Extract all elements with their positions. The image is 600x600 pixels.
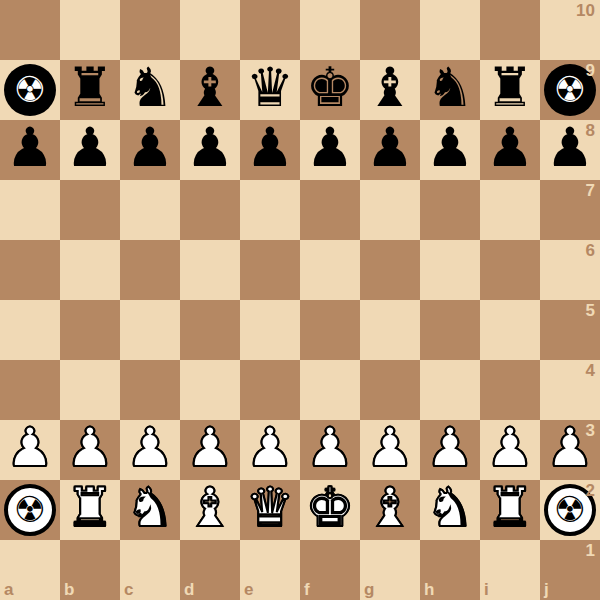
white-bishop[interactable]: ♝ xyxy=(366,481,414,535)
square-i5[interactable] xyxy=(480,300,540,360)
square-f3[interactable]: ♟ xyxy=(300,420,360,480)
white-pawn[interactable]: ♟ xyxy=(246,421,294,475)
black-knight[interactable]: ♞ xyxy=(426,61,474,115)
square-i6[interactable] xyxy=(480,240,540,300)
square-a1[interactable]: a xyxy=(0,540,60,600)
black-knight[interactable]: ♞ xyxy=(126,61,174,115)
black-pawn[interactable]: ♟ xyxy=(426,121,474,175)
rank-label-7: 7 xyxy=(586,182,595,199)
black-rook[interactable]: ♜ xyxy=(486,61,534,115)
square-a10[interactable] xyxy=(0,0,60,60)
white-pawn[interactable]: ♟ xyxy=(6,421,54,475)
white-rook[interactable]: ♜ xyxy=(486,481,534,535)
file-label-i: i xyxy=(484,581,489,598)
square-a3[interactable]: ♟ xyxy=(0,420,60,480)
square-a9[interactable]: ☢ xyxy=(0,60,60,120)
white-bishop[interactable]: ♝ xyxy=(186,481,234,535)
square-h7[interactable] xyxy=(420,180,480,240)
white-pawn[interactable]: ♟ xyxy=(126,421,174,475)
square-f1[interactable]: f xyxy=(300,540,360,600)
square-f7[interactable] xyxy=(300,180,360,240)
square-e7[interactable] xyxy=(240,180,300,240)
file-label-h: h xyxy=(424,581,434,598)
square-h2[interactable]: ♞ xyxy=(420,480,480,540)
black-pawn[interactable]: ♟ xyxy=(546,121,594,175)
square-g2[interactable]: ♝ xyxy=(360,480,420,540)
black-nuke-piece[interactable]: ☢ xyxy=(544,64,596,116)
black-nuke-piece[interactable]: ☢ xyxy=(4,64,56,116)
square-e4[interactable] xyxy=(240,360,300,420)
black-king[interactable]: ♚ xyxy=(306,61,354,115)
file-label-d: d xyxy=(184,581,194,598)
file-label-b: b xyxy=(64,581,74,598)
square-j7[interactable]: 7 xyxy=(540,180,600,240)
square-h10[interactable] xyxy=(420,0,480,60)
file-label-g: g xyxy=(364,581,374,598)
white-pawn[interactable]: ♟ xyxy=(366,421,414,475)
white-pawn[interactable]: ♟ xyxy=(66,421,114,475)
rank-label-4: 4 xyxy=(586,362,595,379)
square-d8[interactable]: ♟ xyxy=(180,120,240,180)
square-c8[interactable]: ♟ xyxy=(120,120,180,180)
square-f5[interactable] xyxy=(300,300,360,360)
square-a2[interactable]: ☢ xyxy=(0,480,60,540)
board: 10☢♜♞♝♛♚♝♞♜☢9♟♟♟♟♟♟♟♟♟♟87654♟♟♟♟♟♟♟♟♟♟3☢… xyxy=(0,0,600,600)
square-b9[interactable]: ♜ xyxy=(60,60,120,120)
square-h6[interactable] xyxy=(420,240,480,300)
square-c2[interactable]: ♞ xyxy=(120,480,180,540)
square-g4[interactable] xyxy=(360,360,420,420)
white-knight[interactable]: ♞ xyxy=(426,481,474,535)
square-h4[interactable] xyxy=(420,360,480,420)
square-h1[interactable]: h xyxy=(420,540,480,600)
square-j8[interactable]: ♟8 xyxy=(540,120,600,180)
file-label-a: a xyxy=(4,581,13,598)
square-d3[interactable]: ♟ xyxy=(180,420,240,480)
white-nuke-piece[interactable]: ☢ xyxy=(544,484,596,536)
black-rook[interactable]: ♜ xyxy=(66,61,114,115)
square-g3[interactable]: ♟ xyxy=(360,420,420,480)
square-c4[interactable] xyxy=(120,360,180,420)
square-f6[interactable] xyxy=(300,240,360,300)
radiation-icon: ☢ xyxy=(554,492,586,528)
square-a7[interactable] xyxy=(0,180,60,240)
radiation-icon: ☢ xyxy=(554,72,586,108)
square-j3[interactable]: ♟3 xyxy=(540,420,600,480)
square-i7[interactable] xyxy=(480,180,540,240)
square-d6[interactable] xyxy=(180,240,240,300)
square-g6[interactable] xyxy=(360,240,420,300)
square-g7[interactable] xyxy=(360,180,420,240)
square-c5[interactable] xyxy=(120,300,180,360)
square-b10[interactable] xyxy=(60,0,120,60)
square-a6[interactable] xyxy=(0,240,60,300)
white-pawn[interactable]: ♟ xyxy=(306,421,354,475)
square-h8[interactable]: ♟ xyxy=(420,120,480,180)
file-label-e: e xyxy=(244,581,253,598)
rank-label-1: 1 xyxy=(586,542,595,559)
black-pawn[interactable]: ♟ xyxy=(186,121,234,175)
square-g10[interactable] xyxy=(360,0,420,60)
square-b4[interactable] xyxy=(60,360,120,420)
square-f4[interactable] xyxy=(300,360,360,420)
square-e6[interactable] xyxy=(240,240,300,300)
square-c3[interactable]: ♟ xyxy=(120,420,180,480)
square-e2[interactable]: ♛ xyxy=(240,480,300,540)
black-bishop[interactable]: ♝ xyxy=(366,61,414,115)
black-pawn[interactable]: ♟ xyxy=(486,121,534,175)
square-d5[interactable] xyxy=(180,300,240,360)
square-e8[interactable]: ♟ xyxy=(240,120,300,180)
square-e5[interactable] xyxy=(240,300,300,360)
square-c10[interactable] xyxy=(120,0,180,60)
black-pawn[interactable]: ♟ xyxy=(66,121,114,175)
square-b5[interactable] xyxy=(60,300,120,360)
black-pawn[interactable]: ♟ xyxy=(366,121,414,175)
file-label-f: f xyxy=(304,581,310,598)
file-label-c: c xyxy=(124,581,133,598)
square-d1[interactable]: d xyxy=(180,540,240,600)
rank-label-6: 6 xyxy=(586,242,595,259)
white-knight[interactable]: ♞ xyxy=(126,481,174,535)
square-i1[interactable]: i xyxy=(480,540,540,600)
white-pawn[interactable]: ♟ xyxy=(186,421,234,475)
square-b7[interactable] xyxy=(60,180,120,240)
radiation-icon: ☢ xyxy=(14,72,46,108)
square-g9[interactable]: ♝ xyxy=(360,60,420,120)
square-j5[interactable]: 5 xyxy=(540,300,600,360)
square-b1[interactable]: b xyxy=(60,540,120,600)
square-d7[interactable] xyxy=(180,180,240,240)
square-a8[interactable]: ♟ xyxy=(0,120,60,180)
square-i2[interactable]: ♜ xyxy=(480,480,540,540)
square-b8[interactable]: ♟ xyxy=(60,120,120,180)
square-i10[interactable] xyxy=(480,0,540,60)
rank-label-5: 5 xyxy=(586,302,595,319)
square-e9[interactable]: ♛ xyxy=(240,60,300,120)
square-d4[interactable] xyxy=(180,360,240,420)
square-g1[interactable]: g xyxy=(360,540,420,600)
black-pawn[interactable]: ♟ xyxy=(126,121,174,175)
square-h5[interactable] xyxy=(420,300,480,360)
white-king[interactable]: ♚ xyxy=(306,481,354,535)
square-f2[interactable]: ♚ xyxy=(300,480,360,540)
rank-label-10: 10 xyxy=(576,2,595,19)
square-i3[interactable]: ♟ xyxy=(480,420,540,480)
black-pawn[interactable]: ♟ xyxy=(246,121,294,175)
square-e1[interactable]: e xyxy=(240,540,300,600)
square-j10[interactable]: 10 xyxy=(540,0,600,60)
square-j6[interactable]: 6 xyxy=(540,240,600,300)
square-j1[interactable]: j1 xyxy=(540,540,600,600)
square-j2[interactable]: ☢2 xyxy=(540,480,600,540)
square-d10[interactable] xyxy=(180,0,240,60)
square-f9[interactable]: ♚ xyxy=(300,60,360,120)
square-b6[interactable] xyxy=(60,240,120,300)
radiation-icon: ☢ xyxy=(14,492,46,528)
square-j9[interactable]: ☢9 xyxy=(540,60,600,120)
square-a5[interactable] xyxy=(0,300,60,360)
square-f8[interactable]: ♟ xyxy=(300,120,360,180)
square-d2[interactable]: ♝ xyxy=(180,480,240,540)
black-pawn[interactable]: ♟ xyxy=(306,121,354,175)
square-g5[interactable] xyxy=(360,300,420,360)
square-h3[interactable]: ♟ xyxy=(420,420,480,480)
white-rook[interactable]: ♜ xyxy=(66,481,114,535)
square-j4[interactable]: 4 xyxy=(540,360,600,420)
white-pawn[interactable]: ♟ xyxy=(426,421,474,475)
square-g8[interactable]: ♟ xyxy=(360,120,420,180)
square-d9[interactable]: ♝ xyxy=(180,60,240,120)
square-c9[interactable]: ♞ xyxy=(120,60,180,120)
square-f10[interactable] xyxy=(300,0,360,60)
square-i8[interactable]: ♟ xyxy=(480,120,540,180)
white-pawn[interactable]: ♟ xyxy=(546,421,594,475)
white-queen[interactable]: ♛ xyxy=(246,481,294,535)
black-queen[interactable]: ♛ xyxy=(246,61,294,115)
square-b2[interactable]: ♜ xyxy=(60,480,120,540)
square-b3[interactable]: ♟ xyxy=(60,420,120,480)
white-nuke-piece[interactable]: ☢ xyxy=(4,484,56,536)
square-c7[interactable] xyxy=(120,180,180,240)
file-label-j: j xyxy=(544,581,549,598)
black-bishop[interactable]: ♝ xyxy=(186,61,234,115)
square-i9[interactable]: ♜ xyxy=(480,60,540,120)
square-h9[interactable]: ♞ xyxy=(420,60,480,120)
square-e10[interactable] xyxy=(240,0,300,60)
black-pawn[interactable]: ♟ xyxy=(6,121,54,175)
square-i4[interactable] xyxy=(480,360,540,420)
square-a4[interactable] xyxy=(0,360,60,420)
white-pawn[interactable]: ♟ xyxy=(486,421,534,475)
square-c1[interactable]: c xyxy=(120,540,180,600)
square-e3[interactable]: ♟ xyxy=(240,420,300,480)
square-c6[interactable] xyxy=(120,240,180,300)
